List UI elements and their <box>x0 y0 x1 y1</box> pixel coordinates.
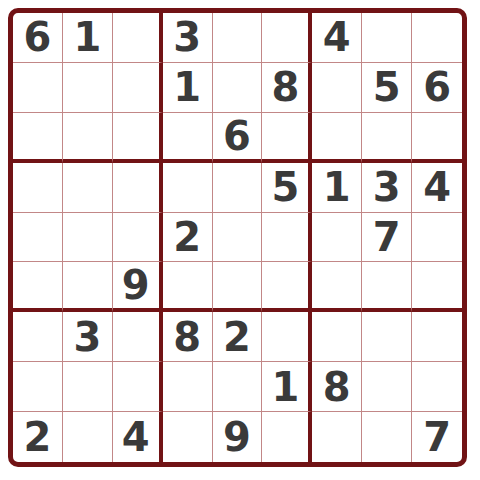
cell-r2c1-empty[interactable] <box>13 63 63 113</box>
cell-r8c9-empty[interactable] <box>412 362 462 412</box>
cell-r8c4-empty[interactable] <box>163 362 213 412</box>
cell-r5c3-empty[interactable] <box>113 213 163 263</box>
cell-r3c1-empty[interactable] <box>13 113 63 163</box>
cell-r5c9-empty[interactable] <box>412 213 462 263</box>
sudoku-page: 6134185665134279382182497 <box>0 0 480 480</box>
cell-r4c2-empty[interactable] <box>63 163 113 213</box>
cell-r7c2-given-3[interactable]: 3 <box>63 312 113 362</box>
cell-r1c9-empty[interactable] <box>412 13 462 63</box>
cell-r5c2-empty[interactable] <box>63 213 113 263</box>
cell-r2c2-empty[interactable] <box>63 63 113 113</box>
cell-r2c8-given-5[interactable]: 5 <box>362 63 412 113</box>
cell-r7c7-empty[interactable] <box>312 312 362 362</box>
cell-r5c5-empty[interactable] <box>213 213 263 263</box>
cell-r4c3-empty[interactable] <box>113 163 163 213</box>
cell-r3c3-empty[interactable] <box>113 113 163 163</box>
cell-r9c4-empty[interactable] <box>163 412 213 462</box>
cell-r9c2-empty[interactable] <box>63 412 113 462</box>
cell-r6c7-empty[interactable] <box>312 262 362 312</box>
cell-r3c2-empty[interactable] <box>63 113 113 163</box>
cell-r5c7-empty[interactable] <box>312 213 362 263</box>
cell-r7c8-empty[interactable] <box>362 312 412 362</box>
cell-r5c6-empty[interactable] <box>262 213 312 263</box>
cell-r8c6-given-1[interactable]: 1 <box>262 362 312 412</box>
cell-r8c5-empty[interactable] <box>213 362 263 412</box>
cell-r8c8-empty[interactable] <box>362 362 412 412</box>
cell-r3c8-empty[interactable] <box>362 113 412 163</box>
cell-r9c8-empty[interactable] <box>362 412 412 462</box>
cell-r8c1-empty[interactable] <box>13 362 63 412</box>
cell-r7c5-given-2[interactable]: 2 <box>213 312 263 362</box>
cell-r5c8-given-7[interactable]: 7 <box>362 213 412 263</box>
cell-r3c7-empty[interactable] <box>312 113 362 163</box>
cell-r4c6-given-5[interactable]: 5 <box>262 163 312 213</box>
cell-r3c6-empty[interactable] <box>262 113 312 163</box>
cell-r3c5-given-6[interactable]: 6 <box>213 113 263 163</box>
cell-r6c3-given-9[interactable]: 9 <box>113 262 163 312</box>
cell-r7c3-empty[interactable] <box>113 312 163 362</box>
cell-r6c9-empty[interactable] <box>412 262 462 312</box>
cell-r4c4-empty[interactable] <box>163 163 213 213</box>
cell-r1c5-empty[interactable] <box>213 13 263 63</box>
cell-r6c1-empty[interactable] <box>13 262 63 312</box>
cell-r7c6-empty[interactable] <box>262 312 312 362</box>
cell-r4c8-given-3[interactable]: 3 <box>362 163 412 213</box>
cell-r6c5-empty[interactable] <box>213 262 263 312</box>
cell-r5c1-empty[interactable] <box>13 213 63 263</box>
cell-r1c8-empty[interactable] <box>362 13 412 63</box>
cell-r2c3-empty[interactable] <box>113 63 163 113</box>
cell-r7c1-empty[interactable] <box>13 312 63 362</box>
cell-r1c3-empty[interactable] <box>113 13 163 63</box>
cell-r1c1-given-6[interactable]: 6 <box>13 13 63 63</box>
cell-r1c4-given-3[interactable]: 3 <box>163 13 213 63</box>
cell-r3c4-empty[interactable] <box>163 113 213 163</box>
cell-r9c9-given-7[interactable]: 7 <box>412 412 462 462</box>
cell-r6c2-empty[interactable] <box>63 262 113 312</box>
cell-r7c4-given-8[interactable]: 8 <box>163 312 213 362</box>
cell-r2c7-empty[interactable] <box>312 63 362 113</box>
cell-r9c5-given-9[interactable]: 9 <box>213 412 263 462</box>
cell-r1c2-given-1[interactable]: 1 <box>63 13 113 63</box>
cell-r9c1-given-2[interactable]: 2 <box>13 412 63 462</box>
cell-r3c9-empty[interactable] <box>412 113 462 163</box>
cell-r2c9-given-6[interactable]: 6 <box>412 63 462 113</box>
cell-r9c3-given-4[interactable]: 4 <box>113 412 163 462</box>
cell-r6c6-empty[interactable] <box>262 262 312 312</box>
cell-r1c6-empty[interactable] <box>262 13 312 63</box>
cell-r9c6-empty[interactable] <box>262 412 312 462</box>
cell-r8c3-empty[interactable] <box>113 362 163 412</box>
cell-r5c4-given-2[interactable]: 2 <box>163 213 213 263</box>
cell-r7c9-empty[interactable] <box>412 312 462 362</box>
cell-r6c4-empty[interactable] <box>163 262 213 312</box>
sudoku-grid: 6134185665134279382182497 <box>8 8 467 467</box>
cell-r4c1-empty[interactable] <box>13 163 63 213</box>
cell-r1c7-given-4[interactable]: 4 <box>312 13 362 63</box>
cell-r8c2-empty[interactable] <box>63 362 113 412</box>
cell-r4c5-empty[interactable] <box>213 163 263 213</box>
cell-r2c4-given-1[interactable]: 1 <box>163 63 213 113</box>
cell-r2c6-given-8[interactable]: 8 <box>262 63 312 113</box>
cell-r9c7-empty[interactable] <box>312 412 362 462</box>
cell-r4c7-given-1[interactable]: 1 <box>312 163 362 213</box>
cell-r4c9-given-4[interactable]: 4 <box>412 163 462 213</box>
cell-r2c5-empty[interactable] <box>213 63 263 113</box>
cell-r8c7-given-8[interactable]: 8 <box>312 362 362 412</box>
cell-r6c8-empty[interactable] <box>362 262 412 312</box>
